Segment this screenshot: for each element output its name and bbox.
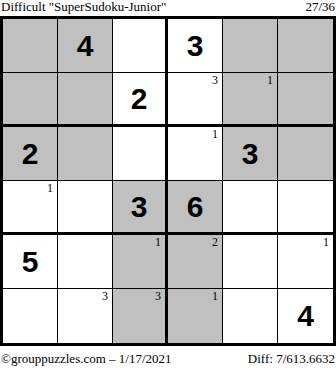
cell-r4c4[interactable]: 6: [168, 181, 223, 235]
cell-r4c5[interactable]: [223, 181, 278, 235]
cell-r6c2[interactable]: 3: [58, 289, 113, 343]
given-digit: 2: [131, 84, 148, 114]
cell-r2c3[interactable]: 2: [113, 73, 168, 127]
cell-r6c6[interactable]: 4: [278, 289, 333, 343]
cell-r1c2[interactable]: 4: [58, 19, 113, 73]
corner-mark: 3: [212, 74, 218, 87]
corner-mark: 1: [212, 290, 218, 303]
corner-mark: 1: [267, 74, 273, 87]
cell-r3c5[interactable]: 3: [223, 127, 278, 181]
corner-mark: 3: [102, 290, 108, 303]
cell-r2c6[interactable]: [278, 73, 333, 127]
given-digit: 5: [22, 247, 39, 277]
cell-r3c1[interactable]: 2: [3, 127, 58, 181]
cell-r2c1[interactable]: [3, 73, 58, 127]
cell-r4c3[interactable]: 3: [113, 181, 168, 235]
cell-r2c2[interactable]: [58, 73, 113, 127]
board: 4323121313651213314: [0, 16, 336, 346]
difficulty-rating: Diff: 7/613.6632: [248, 351, 336, 367]
given-digit: 3: [187, 31, 204, 61]
given-digit: 2: [22, 139, 39, 169]
corner-mark: 1: [47, 182, 53, 195]
cell-r4c6[interactable]: [278, 181, 333, 235]
cell-r5c2[interactable]: [58, 235, 113, 289]
footer: ©grouppuzzles.com – 1/17/2021 Diff: 7/61…: [0, 348, 336, 370]
cell-r3c6[interactable]: [278, 127, 333, 181]
cell-r5c5[interactable]: [223, 235, 278, 289]
cell-r4c1[interactable]: 1: [3, 181, 58, 235]
corner-mark: 1: [323, 236, 329, 249]
cell-r2c4[interactable]: 3: [168, 73, 223, 127]
cell-r5c1[interactable]: 5: [3, 235, 58, 289]
cell-r5c3[interactable]: 1: [113, 235, 168, 289]
cell-r6c1[interactable]: [3, 289, 58, 343]
corner-mark: 2: [212, 236, 218, 249]
puzzle-title: Difficult "SuperSudoku-Junior": [0, 0, 166, 14]
cell-r6c4[interactable]: 1: [168, 289, 223, 343]
given-digit: 3: [242, 139, 259, 169]
cell-r1c6[interactable]: [278, 19, 333, 73]
cell-r1c4[interactable]: 3: [168, 19, 223, 73]
corner-mark: 1: [212, 128, 218, 141]
cell-r5c4[interactable]: 2: [168, 235, 223, 289]
corner-mark: 3: [155, 290, 161, 303]
cell-r5c6[interactable]: 1: [278, 235, 333, 289]
given-digit: 3: [131, 192, 148, 222]
cell-r1c5[interactable]: [223, 19, 278, 73]
given-digit: 4: [297, 301, 314, 331]
corner-mark: 1: [155, 236, 161, 249]
cell-r1c1[interactable]: [3, 19, 58, 73]
cell-r3c2[interactable]: [58, 127, 113, 181]
cell-r3c3[interactable]: [113, 127, 168, 181]
cell-r2c5[interactable]: 1: [223, 73, 278, 127]
given-digit: 4: [77, 31, 94, 61]
cell-r6c5[interactable]: [223, 289, 278, 343]
cell-r1c3[interactable]: [113, 19, 168, 73]
cell-r4c2[interactable]: [58, 181, 113, 235]
header: Difficult "SuperSudoku-Junior" 27/36: [0, 0, 336, 16]
copyright-credit: ©grouppuzzles.com – 1/17/2021: [0, 351, 172, 367]
clue-counter: 27/36: [305, 0, 336, 14]
given-digit: 6: [187, 192, 204, 222]
cell-r3c4[interactable]: 1: [168, 127, 223, 181]
puzzle-page: Difficult "SuperSudoku-Junior" 27/36 432…: [0, 0, 336, 370]
cell-r6c3[interactable]: 3: [113, 289, 168, 343]
